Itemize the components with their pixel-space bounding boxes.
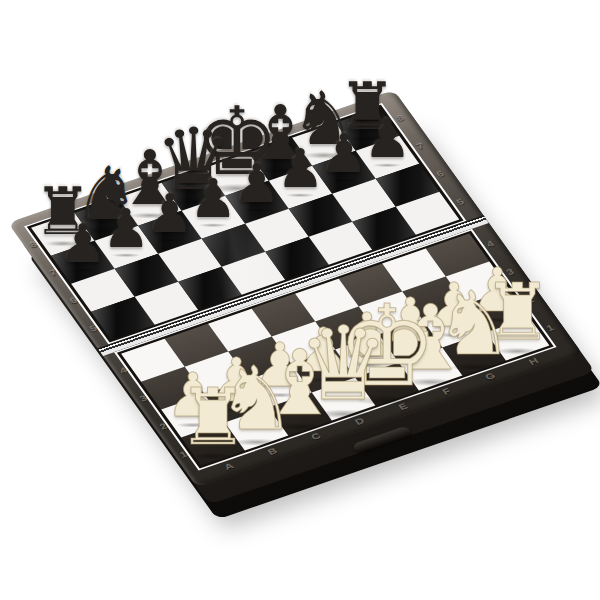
pawn-glyph: ♟ <box>276 143 324 197</box>
piece-black-pawn-e7: ♟ <box>233 158 281 212</box>
rank-label-right-5: 5 <box>454 197 466 207</box>
rook-glyph: ♜ <box>178 379 248 457</box>
piece-white-rook-a1: ♜ <box>178 379 248 457</box>
pawn-glyph: ♟ <box>146 188 194 242</box>
pawn-glyph: ♟ <box>320 127 368 181</box>
chess-set-photo: 8765432187654321ABCDEFGH ♜♞♝♛♚♝♞♜♟♟♟♟♟♟♟… <box>0 0 600 600</box>
piece-black-pawn-c7: ♟ <box>146 188 194 242</box>
pawn-glyph: ♟ <box>233 158 281 212</box>
piece-black-pawn-b7: ♟ <box>102 203 150 257</box>
piece-black-pawn-h7: ♟ <box>363 112 411 166</box>
rank-label-right-4: 4 <box>484 239 496 249</box>
pawn-glyph: ♟ <box>363 112 411 166</box>
pawn-glyph: ♟ <box>189 173 237 227</box>
piece-black-pawn-g7: ♟ <box>320 127 368 181</box>
pawn-glyph: ♟ <box>59 218 107 272</box>
piece-black-pawn-f7: ♟ <box>276 143 324 197</box>
piece-black-pawn-a7: ♟ <box>59 218 107 272</box>
rank-label-right-6: 6 <box>434 169 446 179</box>
pawn-glyph: ♟ <box>102 203 150 257</box>
piece-black-pawn-d7: ♟ <box>189 173 237 227</box>
rank-label-right-7: 7 <box>414 141 426 151</box>
